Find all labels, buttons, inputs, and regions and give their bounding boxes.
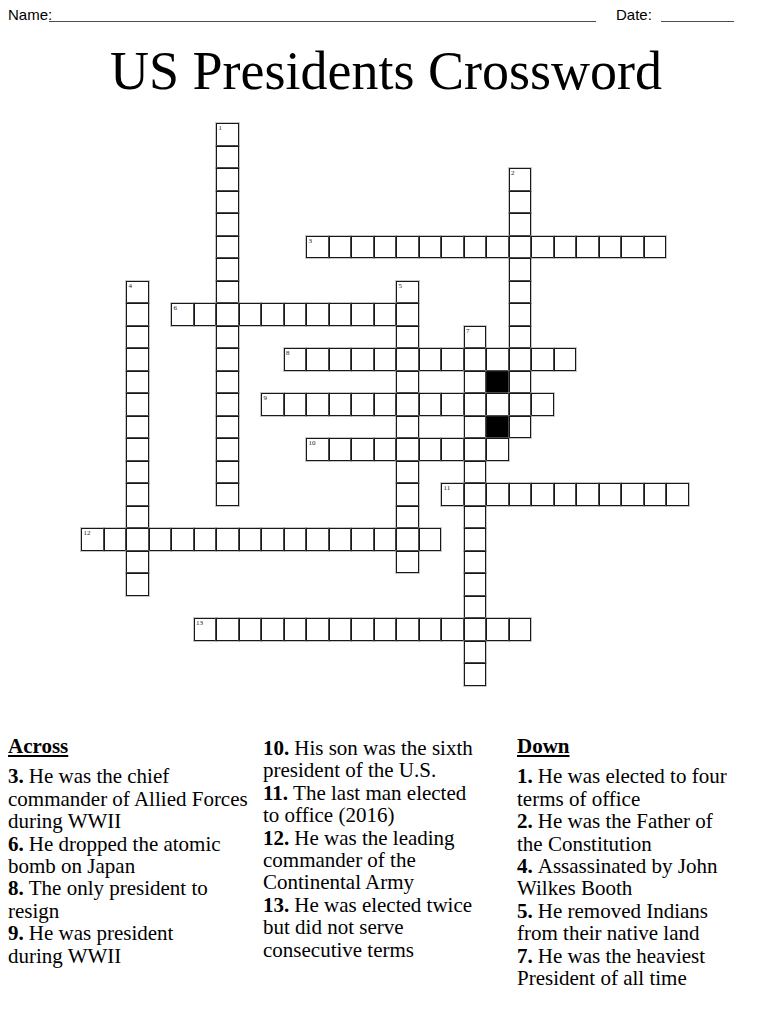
clue-number: 8. bbox=[8, 876, 24, 900]
clue-down-7: 7.He was the heaviest President of all t… bbox=[517, 945, 769, 990]
crossword-cell[interactable] bbox=[509, 236, 532, 259]
crossword-cell[interactable] bbox=[419, 348, 442, 371]
crossword-cell[interactable]: 4 bbox=[126, 281, 149, 304]
crossword-cell[interactable] bbox=[374, 348, 397, 371]
crossword-cell[interactable] bbox=[509, 303, 532, 326]
crossword-cell[interactable]: 6 bbox=[171, 303, 194, 326]
down-header: Down bbox=[517, 735, 769, 757]
crossword-cell[interactable] bbox=[464, 596, 487, 619]
cell-number-5: 5 bbox=[399, 282, 403, 290]
crossword-cell[interactable] bbox=[126, 461, 149, 484]
crossword-cell[interactable] bbox=[531, 393, 554, 416]
crossword-cell[interactable] bbox=[396, 416, 419, 439]
clue-number: 4. bbox=[517, 854, 533, 878]
cell-number-7: 7 bbox=[466, 327, 470, 335]
clue-text: He was elected twice but did not serve c… bbox=[263, 893, 472, 962]
crossword-cell[interactable] bbox=[126, 551, 149, 574]
crossword-cell[interactable] bbox=[644, 236, 667, 259]
cell-number-4: 4 bbox=[129, 282, 133, 290]
crossword-cell[interactable] bbox=[216, 461, 239, 484]
clue-text: The only president to resign bbox=[8, 876, 208, 922]
crossword-cell[interactable] bbox=[261, 618, 284, 641]
clue-down-1: 1.He was elected to four terms of office bbox=[517, 765, 769, 810]
crossword-cell[interactable] bbox=[486, 393, 509, 416]
crossword-cell[interactable] bbox=[351, 303, 374, 326]
crossword-cell[interactable] bbox=[396, 618, 419, 641]
crossword-cell[interactable] bbox=[126, 573, 149, 596]
crossword-cell[interactable] bbox=[126, 393, 149, 416]
crossword-cell[interactable] bbox=[621, 483, 644, 506]
crossword-cell[interactable] bbox=[329, 236, 352, 259]
crossword-cell[interactable] bbox=[329, 438, 352, 461]
crossword-cell[interactable] bbox=[464, 438, 487, 461]
crossword-cell[interactable] bbox=[216, 483, 239, 506]
crossword-cell[interactable] bbox=[509, 483, 532, 506]
clue-text: He was the Father of the Constitution bbox=[517, 809, 713, 855]
crossword-cell[interactable] bbox=[216, 258, 239, 281]
crossword-cell[interactable] bbox=[216, 528, 239, 551]
clue-across-9: 9.He was president during WWII bbox=[8, 922, 264, 967]
crossword-cell[interactable] bbox=[374, 618, 397, 641]
crossword-cell[interactable] bbox=[486, 483, 509, 506]
clue-across-10: 10.His son was the sixth president of th… bbox=[263, 737, 513, 782]
clue-across-6: 6.He dropped the atomic bomb on Japan bbox=[8, 833, 264, 878]
cell-number-9: 9 bbox=[264, 394, 268, 402]
crossword-cell[interactable] bbox=[486, 618, 509, 641]
clue-down-4: 4.Assassinated by John Wilkes Booth bbox=[517, 855, 769, 900]
clue-text: He was the heaviest President of all tim… bbox=[517, 944, 705, 990]
crossword-cell[interactable]: 12 bbox=[81, 528, 104, 551]
crossword-cell[interactable] bbox=[194, 528, 217, 551]
crossword-cell[interactable] bbox=[306, 303, 329, 326]
crossword-cell[interactable] bbox=[464, 348, 487, 371]
crossword-cell[interactable] bbox=[486, 438, 509, 461]
clue-number: 7. bbox=[517, 944, 533, 968]
crossword-cell[interactable] bbox=[396, 506, 419, 529]
crossword-cell[interactable] bbox=[396, 236, 419, 259]
crossword-cell[interactable] bbox=[171, 528, 194, 551]
clue-text: He dropped the atomic bomb on Japan bbox=[8, 832, 221, 878]
crossword-cell[interactable]: 1 bbox=[216, 123, 239, 146]
crossword-cell[interactable] bbox=[441, 618, 464, 641]
crossword-cell[interactable] bbox=[149, 528, 172, 551]
crossword-cell[interactable] bbox=[216, 191, 239, 214]
clue-text: Assassinated by John Wilkes Booth bbox=[517, 854, 717, 900]
crossword-cell[interactable] bbox=[554, 236, 577, 259]
name-label: Name: bbox=[8, 6, 52, 23]
crossword-cell[interactable] bbox=[464, 393, 487, 416]
crossword-grid: 12345678910111213 bbox=[81, 123, 689, 686]
crossword-cell[interactable] bbox=[396, 348, 419, 371]
clue-number: 11. bbox=[263, 781, 288, 805]
crossword-cell[interactable] bbox=[441, 236, 464, 259]
clue-text: He removed Indians from their native lan… bbox=[517, 899, 708, 945]
crossword-cell[interactable] bbox=[216, 326, 239, 349]
cell-number-12: 12 bbox=[84, 529, 91, 537]
cell-number-8: 8 bbox=[286, 349, 290, 357]
cell-number-13: 13 bbox=[196, 619, 203, 627]
crossword-cell[interactable] bbox=[329, 618, 352, 641]
name-blank-line[interactable] bbox=[49, 21, 596, 22]
crossword-cell[interactable]: 3 bbox=[306, 236, 329, 259]
crossword-cell[interactable] bbox=[531, 483, 554, 506]
black-cell bbox=[486, 416, 509, 439]
crossword-cell[interactable] bbox=[351, 438, 374, 461]
crossword-cell[interactable] bbox=[284, 303, 307, 326]
crossword-cell[interactable] bbox=[464, 461, 487, 484]
crossword-cell[interactable] bbox=[374, 303, 397, 326]
clue-text: He was the leading commander of the Cont… bbox=[263, 826, 455, 895]
crossword-cell[interactable] bbox=[374, 438, 397, 461]
crossword-cell[interactable] bbox=[239, 528, 262, 551]
crossword-cell[interactable] bbox=[419, 618, 442, 641]
crossword-cell[interactable] bbox=[464, 551, 487, 574]
crossword-cell[interactable] bbox=[554, 348, 577, 371]
crossword-cell[interactable] bbox=[509, 416, 532, 439]
crossword-cell[interactable] bbox=[419, 528, 442, 551]
clue-number: 2. bbox=[517, 809, 533, 833]
cell-number-6: 6 bbox=[174, 304, 178, 312]
crossword-cell[interactable] bbox=[126, 416, 149, 439]
crossword-cell[interactable] bbox=[441, 438, 464, 461]
crossword-cell[interactable] bbox=[126, 506, 149, 529]
crossword-cell[interactable] bbox=[464, 371, 487, 394]
page-title: US Presidents Crossword bbox=[0, 40, 772, 102]
crossword-cell[interactable] bbox=[441, 348, 464, 371]
crossword-cell[interactable]: 7 bbox=[464, 326, 487, 349]
worksheet-page: { "game": "crossword", "title": "US Pres… bbox=[0, 0, 772, 1024]
across-clues-column-2: 10.His son was the sixth president of th… bbox=[263, 737, 513, 961]
crossword-cell[interactable] bbox=[644, 483, 667, 506]
clue-down-2: 2.He was the Father of the Constitution bbox=[517, 810, 769, 855]
crossword-cell[interactable] bbox=[126, 528, 149, 551]
clue-number: 6. bbox=[8, 832, 24, 856]
crossword-cell[interactable] bbox=[216, 371, 239, 394]
clue-text: His son was the sixth president of the U… bbox=[263, 736, 473, 782]
crossword-cell[interactable] bbox=[509, 213, 532, 236]
crossword-cell[interactable] bbox=[194, 303, 217, 326]
crossword-cell[interactable] bbox=[396, 551, 419, 574]
across-header: Across bbox=[8, 735, 264, 757]
crossword-cell[interactable] bbox=[396, 371, 419, 394]
crossword-cell[interactable] bbox=[284, 528, 307, 551]
crossword-cell[interactable]: 10 bbox=[306, 438, 329, 461]
clue-number: 10. bbox=[263, 736, 289, 760]
crossword-cell[interactable]: 8 bbox=[284, 348, 307, 371]
cell-number-3: 3 bbox=[309, 237, 313, 245]
crossword-cell[interactable] bbox=[216, 438, 239, 461]
crossword-cell[interactable] bbox=[374, 393, 397, 416]
clue-text: The last man elected to office (2016) bbox=[263, 781, 466, 827]
crossword-cell[interactable] bbox=[284, 618, 307, 641]
crossword-cell[interactable] bbox=[239, 303, 262, 326]
crossword-cell[interactable] bbox=[486, 236, 509, 259]
crossword-cell[interactable] bbox=[509, 393, 532, 416]
across-clues-column: Across 3.He was the chief commander of A… bbox=[8, 735, 264, 967]
crossword-cell[interactable] bbox=[351, 348, 374, 371]
crossword-cell[interactable] bbox=[351, 236, 374, 259]
crossword-cell[interactable] bbox=[261, 528, 284, 551]
crossword-cell[interactable] bbox=[621, 236, 644, 259]
date-label: Date: bbox=[616, 6, 652, 23]
crossword-cell[interactable] bbox=[396, 303, 419, 326]
crossword-cell[interactable] bbox=[104, 528, 127, 551]
clue-text: He was president during WWII bbox=[8, 921, 173, 967]
crossword-cell[interactable] bbox=[374, 528, 397, 551]
crossword-cell[interactable] bbox=[464, 618, 487, 641]
crossword-cell[interactable] bbox=[329, 393, 352, 416]
crossword-cell[interactable] bbox=[396, 393, 419, 416]
clue-number: 5. bbox=[517, 899, 533, 923]
crossword-cell[interactable]: 11 bbox=[441, 483, 464, 506]
clue-across-11: 11.The last man elected to office (2016) bbox=[263, 782, 513, 827]
crossword-cell[interactable] bbox=[509, 348, 532, 371]
crossword-cell[interactable] bbox=[509, 258, 532, 281]
crossword-cell[interactable] bbox=[216, 236, 239, 259]
cell-number-2: 2 bbox=[511, 169, 515, 177]
crossword-cell[interactable] bbox=[216, 281, 239, 304]
crossword-cell[interactable] bbox=[419, 236, 442, 259]
crossword-cell[interactable] bbox=[216, 213, 239, 236]
crossword-cell[interactable] bbox=[126, 371, 149, 394]
clue-down-5: 5.He removed Indians from their native l… bbox=[517, 900, 769, 945]
crossword-cell[interactable] bbox=[261, 303, 284, 326]
crossword-cell[interactable] bbox=[576, 483, 599, 506]
crossword-cell[interactable] bbox=[329, 348, 352, 371]
crossword-cell[interactable] bbox=[374, 236, 397, 259]
crossword-cell[interactable] bbox=[464, 641, 487, 664]
clue-number: 1. bbox=[517, 764, 533, 788]
crossword-cell[interactable] bbox=[351, 393, 374, 416]
crossword-cell[interactable] bbox=[396, 461, 419, 484]
crossword-cell[interactable] bbox=[486, 348, 509, 371]
crossword-cell[interactable] bbox=[531, 236, 554, 259]
clue-number: 13. bbox=[263, 893, 289, 917]
crossword-cell[interactable] bbox=[216, 393, 239, 416]
cell-number-1: 1 bbox=[219, 124, 223, 132]
crossword-cell[interactable] bbox=[396, 483, 419, 506]
crossword-cell[interactable] bbox=[306, 348, 329, 371]
crossword-cell[interactable] bbox=[464, 416, 487, 439]
clue-across-13: 13.He was elected twice but did not serv… bbox=[263, 894, 513, 961]
clue-number: 9. bbox=[8, 921, 24, 945]
crossword-cell[interactable] bbox=[396, 438, 419, 461]
crossword-cell[interactable] bbox=[419, 393, 442, 416]
crossword-cell[interactable] bbox=[599, 483, 622, 506]
crossword-cell[interactable] bbox=[216, 146, 239, 169]
crossword-cell[interactable] bbox=[351, 618, 374, 641]
crossword-cell[interactable] bbox=[351, 528, 374, 551]
clue-across-3: 3.He was the chief commander of Allied F… bbox=[8, 765, 264, 832]
clue-across-8: 8.The only president to resign bbox=[8, 877, 264, 922]
crossword-cell[interactable] bbox=[126, 483, 149, 506]
crossword-cell[interactable] bbox=[509, 371, 532, 394]
crossword-cell[interactable]: 5 bbox=[396, 281, 419, 304]
crossword-cell[interactable] bbox=[509, 281, 532, 304]
crossword-cell[interactable] bbox=[509, 326, 532, 349]
clue-text: He was elected to four terms of office bbox=[517, 764, 727, 810]
black-cell bbox=[486, 371, 509, 394]
crossword-cell[interactable] bbox=[464, 528, 487, 551]
crossword-cell[interactable]: 9 bbox=[261, 393, 284, 416]
crossword-cell[interactable] bbox=[126, 348, 149, 371]
crossword-cell[interactable] bbox=[216, 348, 239, 371]
crossword-cell[interactable] bbox=[464, 663, 487, 686]
clue-number: 3. bbox=[8, 764, 24, 788]
down-clues-column: Down 1.He was elected to four terms of o… bbox=[517, 735, 769, 989]
crossword-cell[interactable] bbox=[126, 438, 149, 461]
crossword-cell[interactable] bbox=[216, 416, 239, 439]
crossword-cell[interactable] bbox=[554, 483, 577, 506]
crossword-cell[interactable] bbox=[509, 618, 532, 641]
crossword-cell[interactable] bbox=[464, 483, 487, 506]
clue-text: He was the chief commander of Allied For… bbox=[8, 764, 248, 833]
crossword-cell[interactable] bbox=[441, 393, 464, 416]
crossword-cell[interactable] bbox=[576, 236, 599, 259]
crossword-cell[interactable] bbox=[306, 618, 329, 641]
crossword-cell[interactable] bbox=[329, 303, 352, 326]
crossword-cell[interactable] bbox=[126, 326, 149, 349]
crossword-cell[interactable] bbox=[216, 168, 239, 191]
clue-across-12: 12.He was the leading commander of the C… bbox=[263, 827, 513, 894]
crossword-cell[interactable] bbox=[126, 303, 149, 326]
crossword-cell[interactable] bbox=[396, 326, 419, 349]
crossword-cell[interactable] bbox=[531, 348, 554, 371]
date-blank-line[interactable] bbox=[661, 21, 734, 22]
cell-number-11: 11 bbox=[444, 484, 451, 492]
crossword-cell[interactable] bbox=[464, 506, 487, 529]
crossword-cell[interactable]: 13 bbox=[194, 618, 217, 641]
clue-number: 12. bbox=[263, 826, 289, 850]
crossword-cell[interactable]: 2 bbox=[509, 168, 532, 191]
cell-number-10: 10 bbox=[309, 439, 316, 447]
crossword-cell[interactable] bbox=[509, 191, 532, 214]
crossword-cell[interactable] bbox=[396, 528, 419, 551]
crossword-cell[interactable] bbox=[329, 528, 352, 551]
crossword-cell[interactable] bbox=[306, 393, 329, 416]
crossword-cell[interactable] bbox=[306, 528, 329, 551]
crossword-cell[interactable] bbox=[464, 236, 487, 259]
crossword-cell[interactable] bbox=[216, 618, 239, 641]
crossword-cell[interactable] bbox=[666, 483, 689, 506]
crossword-cell[interactable] bbox=[284, 393, 307, 416]
crossword-cell[interactable] bbox=[464, 573, 487, 596]
crossword-cell[interactable] bbox=[419, 438, 442, 461]
crossword-cell[interactable] bbox=[216, 303, 239, 326]
crossword-cell[interactable] bbox=[239, 618, 262, 641]
crossword-cell[interactable] bbox=[599, 236, 622, 259]
